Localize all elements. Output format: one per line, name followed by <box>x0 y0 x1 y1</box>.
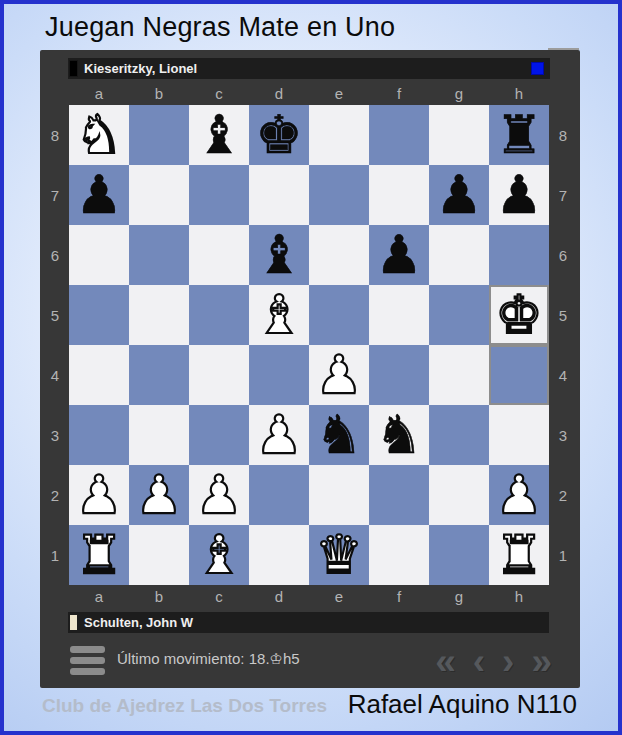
square-b8[interactable] <box>129 105 189 165</box>
turn-indicator <box>531 62 544 75</box>
white-knight[interactable]: ♞ <box>75 105 123 165</box>
rank-label-5: 5 <box>45 285 65 345</box>
rank-labels-left: 87654321 <box>45 105 65 585</box>
rank-label-2: 2 <box>553 465 573 525</box>
square-b2[interactable]: ♟ <box>129 465 189 525</box>
rank-label-7: 7 <box>553 165 573 225</box>
white-king[interactable]: ♚ <box>495 285 543 345</box>
bottom-player-bar: Schulten, John W <box>68 612 549 633</box>
square-a7[interactable]: ♟ <box>69 165 129 225</box>
rank-label-7: 7 <box>45 165 65 225</box>
move-navigation: « ‹ › » <box>435 638 552 686</box>
white-rook[interactable]: ♜ <box>75 525 123 585</box>
square-e8[interactable] <box>309 105 369 165</box>
rank-label-3: 3 <box>45 405 65 465</box>
black-pawn[interactable]: ♟ <box>435 165 483 225</box>
square-h1[interactable]: ♜ <box>489 525 549 585</box>
white-pawn[interactable]: ♟ <box>495 465 543 525</box>
square-h2[interactable]: ♟ <box>489 465 549 525</box>
rank-label-8: 8 <box>553 105 573 165</box>
square-c8[interactable]: ♝ <box>189 105 249 165</box>
square-g1[interactable] <box>429 525 489 585</box>
puzzle-title: Juegan Negras Mate en Uno <box>45 12 395 43</box>
square-h6[interactable] <box>489 225 549 285</box>
square-h3[interactable] <box>489 405 549 465</box>
rank-label-1: 1 <box>553 525 573 585</box>
file-labels-bottom: abcdefgh <box>69 587 549 605</box>
rank-label-3: 3 <box>553 405 573 465</box>
square-h7[interactable]: ♟ <box>489 165 549 225</box>
black-pawn[interactable]: ♟ <box>495 165 543 225</box>
white-queen[interactable]: ♛ <box>315 525 363 585</box>
square-e7[interactable] <box>309 165 369 225</box>
file-labels-top: abcdefgh <box>69 84 549 102</box>
file-label-b: b <box>129 84 189 102</box>
file-label-g: g <box>429 587 489 605</box>
square-b7[interactable] <box>129 165 189 225</box>
top-player-name: Kieseritzky, Lionel <box>84 61 197 76</box>
square-d4[interactable] <box>249 345 309 405</box>
menu-bar-line <box>70 657 105 664</box>
square-c6[interactable] <box>189 225 249 285</box>
menu-button[interactable] <box>70 646 105 675</box>
square-d3[interactable]: ♟ <box>249 405 309 465</box>
square-d8[interactable]: ♚ <box>249 105 309 165</box>
square-h4[interactable] <box>489 345 549 405</box>
square-f8[interactable] <box>369 105 429 165</box>
rank-labels-right: 87654321 <box>553 105 573 585</box>
rank-label-1: 1 <box>45 525 65 585</box>
square-c7[interactable] <box>189 165 249 225</box>
square-e5[interactable] <box>309 285 369 345</box>
square-a2[interactable]: ♟ <box>69 465 129 525</box>
white-pawn[interactable]: ♟ <box>195 465 243 525</box>
square-a8[interactable]: ♞ <box>69 105 129 165</box>
author-signature: Rafael Aquino N110 <box>348 689 577 720</box>
file-label-e: e <box>309 84 369 102</box>
club-watermark: Club de Ajedrez Las Dos Torres <box>42 695 327 717</box>
black-color-chip <box>70 61 77 76</box>
square-a5[interactable] <box>69 285 129 345</box>
square-b5[interactable] <box>129 285 189 345</box>
white-pawn[interactable]: ♟ <box>255 405 303 465</box>
rank-label-4: 4 <box>553 345 573 405</box>
rank-label-2: 2 <box>45 465 65 525</box>
panel-grip-line <box>548 48 579 50</box>
square-g7[interactable]: ♟ <box>429 165 489 225</box>
last-move-button[interactable]: » <box>531 638 552 686</box>
square-d7[interactable] <box>249 165 309 225</box>
black-rook[interactable]: ♜ <box>495 105 543 165</box>
last-move-text: Último movimiento: 18.♔h5 <box>117 650 300 668</box>
square-c4[interactable] <box>189 345 249 405</box>
square-e6[interactable] <box>309 225 369 285</box>
file-label-a: a <box>69 587 129 605</box>
menu-bar-line <box>70 668 105 675</box>
white-bishop[interactable]: ♝ <box>195 525 243 585</box>
square-h5[interactable]: ♚ <box>489 285 549 345</box>
file-label-f: f <box>369 84 429 102</box>
square-d2[interactable] <box>249 465 309 525</box>
square-a6[interactable] <box>69 225 129 285</box>
rank-label-6: 6 <box>553 225 573 285</box>
square-h8[interactable]: ♜ <box>489 105 549 165</box>
square-d1[interactable] <box>249 525 309 585</box>
square-f4[interactable] <box>369 345 429 405</box>
square-d5[interactable]: ♝ <box>249 285 309 345</box>
square-a3[interactable] <box>69 405 129 465</box>
first-move-button[interactable]: « <box>435 638 456 686</box>
file-label-b: b <box>129 587 189 605</box>
file-label-d: d <box>249 587 309 605</box>
rank-label-6: 6 <box>45 225 65 285</box>
square-c5[interactable] <box>189 285 249 345</box>
file-label-e: e <box>309 587 369 605</box>
control-bar: Último movimiento: 18.♔h5 « ‹ › » <box>40 638 580 688</box>
square-f5[interactable] <box>369 285 429 345</box>
square-g4[interactable] <box>429 345 489 405</box>
square-a1[interactable]: ♜ <box>69 525 129 585</box>
black-pawn[interactable]: ♟ <box>375 225 423 285</box>
square-b3[interactable] <box>129 405 189 465</box>
file-label-h: h <box>489 587 549 605</box>
chess-board[interactable]: ♞♝♚♜♟♟♟♝♟♝♚♟♟♞♞♟♟♟♟♜♝♛♜ <box>69 105 549 585</box>
square-g2[interactable] <box>429 465 489 525</box>
file-label-d: d <box>249 84 309 102</box>
square-e1[interactable]: ♛ <box>309 525 369 585</box>
white-bishop[interactable]: ♝ <box>255 285 303 345</box>
square-b4[interactable] <box>129 345 189 405</box>
black-knight[interactable]: ♞ <box>375 405 423 465</box>
top-player-bar: Kieseritzky, Lionel <box>68 58 550 79</box>
rank-label-8: 8 <box>45 105 65 165</box>
square-c1[interactable]: ♝ <box>189 525 249 585</box>
white-rook[interactable]: ♜ <box>495 525 543 585</box>
white-pawn[interactable]: ♟ <box>75 465 123 525</box>
black-knight[interactable]: ♞ <box>315 405 363 465</box>
square-g6[interactable] <box>429 225 489 285</box>
square-f2[interactable] <box>369 465 429 525</box>
white-pawn[interactable]: ♟ <box>135 465 183 525</box>
menu-bar-line <box>70 646 105 653</box>
prev-move-button[interactable]: ‹ <box>473 638 485 686</box>
file-label-c: c <box>189 84 249 102</box>
square-g8[interactable] <box>429 105 489 165</box>
square-f6[interactable]: ♟ <box>369 225 429 285</box>
square-e2[interactable] <box>309 465 369 525</box>
square-f3[interactable]: ♞ <box>369 405 429 465</box>
square-d6[interactable]: ♝ <box>249 225 309 285</box>
file-label-c: c <box>189 587 249 605</box>
next-move-button[interactable]: › <box>502 638 514 686</box>
square-f1[interactable] <box>369 525 429 585</box>
square-g5[interactable] <box>429 285 489 345</box>
file-label-h: h <box>489 84 549 102</box>
square-a4[interactable] <box>69 345 129 405</box>
bottom-player-name: Schulten, John W <box>84 615 193 630</box>
file-label-g: g <box>429 84 489 102</box>
chess-app-panel: Kieseritzky, Lionel abcdefgh 87654321 87… <box>40 50 580 688</box>
file-label-f: f <box>369 587 429 605</box>
black-pawn[interactable]: ♟ <box>75 165 123 225</box>
square-e4[interactable]: ♟ <box>309 345 369 405</box>
square-c2[interactable]: ♟ <box>189 465 249 525</box>
white-color-chip <box>70 615 77 630</box>
square-f7[interactable] <box>369 165 429 225</box>
square-b1[interactable] <box>129 525 189 585</box>
file-label-a: a <box>69 84 129 102</box>
square-g3[interactable] <box>429 405 489 465</box>
black-king[interactable]: ♚ <box>255 105 303 165</box>
white-pawn[interactable]: ♟ <box>315 345 363 405</box>
rank-label-5: 5 <box>553 285 573 345</box>
square-e3[interactable]: ♞ <box>309 405 369 465</box>
page: Juegan Negras Mate en Uno Kieseritzky, L… <box>0 0 622 735</box>
black-bishop[interactable]: ♝ <box>255 225 303 285</box>
rank-label-4: 4 <box>45 345 65 405</box>
square-c3[interactable] <box>189 405 249 465</box>
black-bishop[interactable]: ♝ <box>195 105 243 165</box>
square-b6[interactable] <box>129 225 189 285</box>
